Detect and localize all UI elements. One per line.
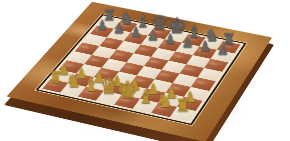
chess-set-photo: ♜♞♝♛♚♝♞♜♟♟♟♟♟♟♟♟♟♟♟♟♟♟♟♟♜♞♝♛♚♝♞♜ xyxy=(0,0,290,141)
piece-white-rook-h1: ♜ xyxy=(172,97,193,114)
piece-white-knight-g1: ♞ xyxy=(154,92,175,110)
